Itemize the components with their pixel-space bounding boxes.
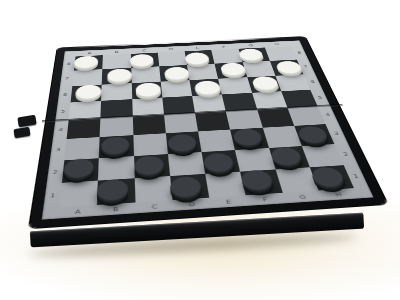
rank-label: 4	[54, 121, 68, 138]
board-surface: ABCDEFGH ABCDEFGH 87654321 87654321 ●●●●…	[42, 40, 374, 219]
black-checker[interactable]: ●	[60, 154, 97, 178]
hinge-pin	[17, 115, 36, 128]
file-label: C	[138, 201, 171, 212]
file-label: G	[285, 191, 319, 202]
square-b3[interactable]: ●	[99, 135, 133, 158]
black-checker[interactable]: ●	[236, 165, 277, 191]
black-checker[interactable]: ●	[98, 132, 132, 154]
square-d1[interactable]: ●	[170, 174, 209, 200]
white-checker[interactable]: ●	[105, 65, 134, 81]
white-checker[interactable]: ●	[73, 81, 104, 99]
file-label: E	[212, 196, 245, 207]
white-checker[interactable]: ●	[191, 77, 223, 94]
black-checker[interactable]: ●	[305, 162, 349, 187]
square-c4[interactable]	[132, 115, 165, 136]
hinge-pin	[13, 127, 30, 138]
file-label: B	[100, 203, 133, 214]
square-a4[interactable]	[67, 118, 101, 139]
square-e5[interactable]	[192, 94, 226, 113]
black-checker[interactable]: ●	[292, 122, 332, 143]
square-a8[interactable]: ●	[74, 55, 103, 70]
square-c5[interactable]	[132, 97, 164, 116]
square-d3[interactable]: ●	[166, 132, 202, 154]
rank-label: 1	[45, 184, 61, 206]
white-checker[interactable]: ●	[162, 64, 192, 80]
square-d6[interactable]	[160, 80, 192, 98]
square-b6[interactable]	[101, 83, 131, 101]
scene: ABCDEFGH ABCDEFGH 87654321 87654321 ●●●●…	[0, 0, 400, 300]
black-checker[interactable]: ●	[265, 143, 306, 166]
square-g6[interactable]: ●	[247, 76, 281, 93]
white-checker[interactable]: ●	[248, 73, 282, 90]
square-d7[interactable]: ●	[159, 65, 189, 81]
square-a5[interactable]	[69, 101, 102, 120]
black-checker[interactable]: ●	[199, 149, 238, 173]
black-checker[interactable]: ●	[166, 172, 205, 198]
square-c8[interactable]: ●	[130, 53, 159, 68]
square-b5[interactable]	[101, 99, 133, 118]
white-checker[interactable]: ●	[72, 53, 101, 68]
black-checker[interactable]: ●	[131, 151, 167, 175]
square-a1[interactable]	[59, 180, 98, 207]
square-b1[interactable]: ●	[97, 178, 135, 205]
white-checker[interactable]: ●	[217, 60, 249, 76]
square-e4[interactable]	[195, 111, 230, 131]
square-a2[interactable]: ●	[62, 158, 99, 183]
square-a6[interactable]: ●	[71, 84, 102, 102]
white-checker[interactable]: ●	[272, 58, 306, 74]
white-checker[interactable]: ●	[133, 79, 164, 96]
square-e6[interactable]: ●	[189, 78, 222, 95]
square-c6[interactable]: ●	[131, 81, 162, 99]
square-c2[interactable]: ●	[133, 154, 169, 178]
board-case: ABCDEFGH ABCDEFGH 87654321 87654321 ●●●●…	[29, 36, 387, 228]
square-b7[interactable]: ●	[102, 68, 131, 85]
file-label: A	[61, 206, 94, 218]
square-d5[interactable]	[162, 96, 195, 115]
file-label: H	[321, 189, 355, 200]
black-checker[interactable]: ●	[164, 130, 200, 152]
board-3d: ABCDEFGH ABCDEFGH 87654321 87654321 ●●●●…	[29, 36, 387, 228]
black-checker[interactable]: ●	[94, 175, 131, 202]
rank-label: 5	[56, 104, 69, 120]
square-f7[interactable]: ●	[215, 62, 247, 78]
rank-label: 7	[61, 72, 73, 85]
file-label: F	[249, 194, 283, 205]
rank-label: 6	[59, 87, 71, 102]
square-e2[interactable]: ●	[201, 150, 240, 174]
black-checker[interactable]: ●	[228, 124, 266, 145]
